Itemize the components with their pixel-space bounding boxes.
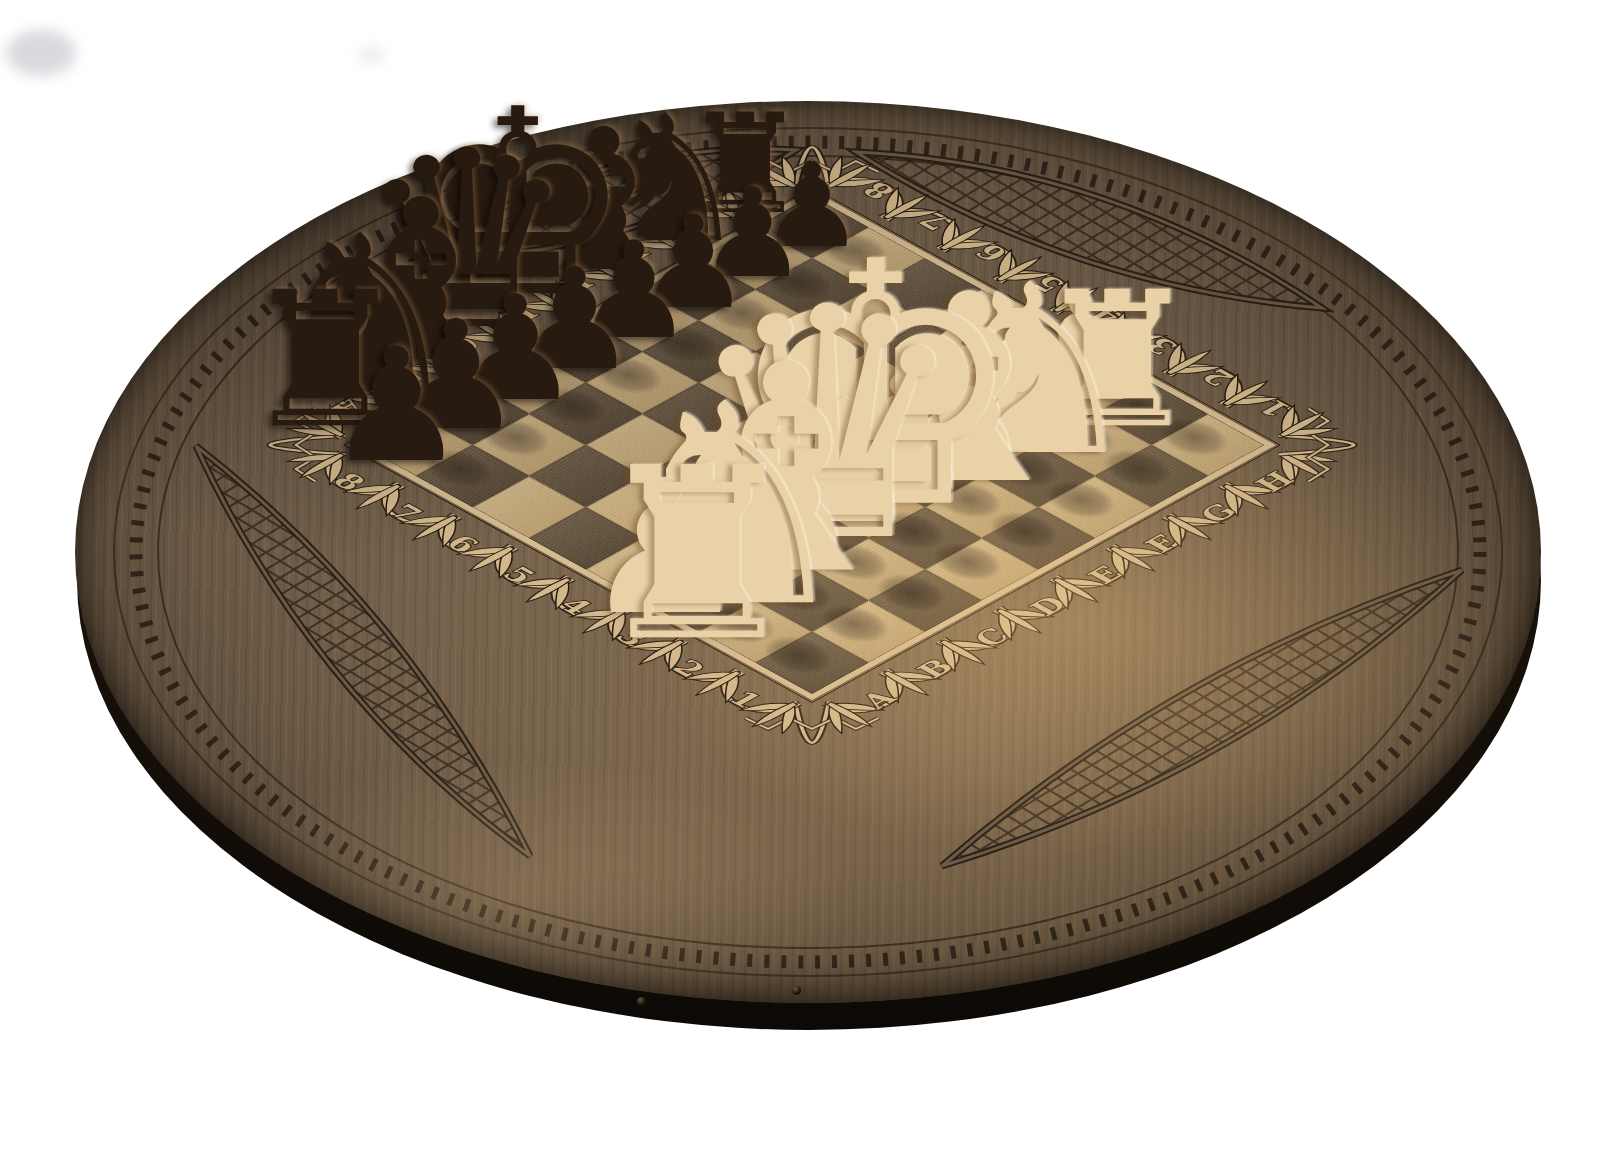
product-photo-scene: ABCDEFGH12345678ABCDEFGH12345678 ♜♟♟♜♞♟♟… (0, 0, 1600, 1156)
piece-black-pawn-a7: ♟ (326, 327, 467, 484)
rim-pin (637, 997, 646, 1006)
rim-pin (792, 986, 801, 995)
piece-white-rook-a1: ♜ (591, 437, 803, 674)
